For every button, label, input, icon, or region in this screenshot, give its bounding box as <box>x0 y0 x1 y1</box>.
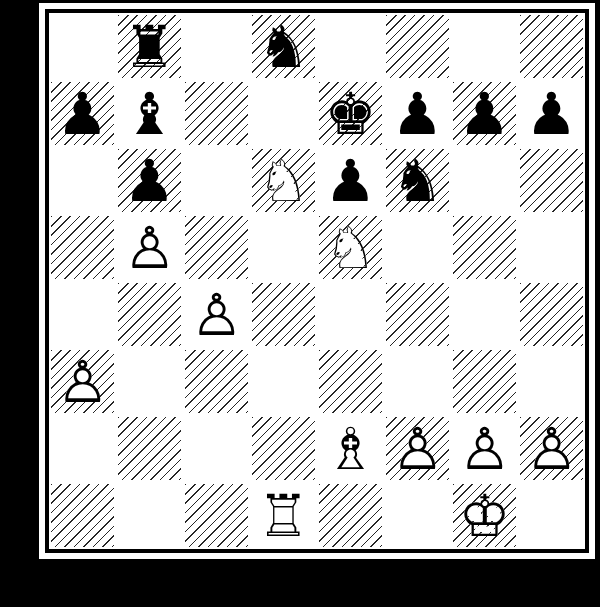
black-pawn-icon: ♟ <box>518 80 585 147</box>
square-a1[interactable] <box>49 482 116 549</box>
white-pawn-g2[interactable]: ♟♙ <box>451 415 518 482</box>
square-f3[interactable] <box>384 348 451 415</box>
white-rook-icon: ♖ <box>250 482 317 549</box>
square-h8[interactable] <box>518 13 585 80</box>
black-pawn-b6[interactable]: ♟ <box>118 149 181 212</box>
square-h2[interactable]: ♟♙ <box>518 415 585 482</box>
square-g5[interactable] <box>451 214 518 281</box>
white-king-g1[interactable]: ♚♔ <box>453 484 516 547</box>
black-bishop-b7[interactable]: ♝ <box>116 80 183 147</box>
square-a6[interactable] <box>49 147 116 214</box>
white-knight-icon: ♘ <box>252 149 315 212</box>
white-pawn-icon: ♙ <box>520 417 583 480</box>
square-c5[interactable] <box>183 214 250 281</box>
square-h7[interactable]: ♟ <box>518 80 585 147</box>
square-f8[interactable] <box>384 13 451 80</box>
black-pawn-g7[interactable]: ♟ <box>453 82 516 145</box>
square-c2[interactable] <box>183 415 250 482</box>
square-e8[interactable] <box>317 13 384 80</box>
white-pawn-icon: ♙ <box>183 281 250 348</box>
white-knight-icon: ♘ <box>319 216 382 279</box>
square-g2[interactable]: ♟♙ <box>451 415 518 482</box>
black-pawn-icon: ♟ <box>118 149 181 212</box>
square-e5[interactable]: ♞♘ <box>317 214 384 281</box>
square-b7[interactable]: ♝ <box>116 80 183 147</box>
square-a7[interactable]: ♟ <box>49 80 116 147</box>
square-f4[interactable] <box>384 281 451 348</box>
square-e7[interactable]: ♚ <box>317 80 384 147</box>
square-g7[interactable]: ♟ <box>451 80 518 147</box>
square-g3[interactable] <box>451 348 518 415</box>
white-knight-d6[interactable]: ♞♘ <box>252 149 315 212</box>
black-pawn-h7[interactable]: ♟ <box>518 80 585 147</box>
square-f6[interactable]: ♞ <box>384 147 451 214</box>
square-c7[interactable] <box>183 80 250 147</box>
black-pawn-f7[interactable]: ♟ <box>384 80 451 147</box>
white-pawn-c4[interactable]: ♟♙ <box>183 281 250 348</box>
square-b8[interactable]: ♜ <box>116 13 183 80</box>
black-pawn-icon: ♟ <box>453 82 516 145</box>
black-pawn-a7[interactable]: ♟ <box>51 82 114 145</box>
square-g4[interactable] <box>451 281 518 348</box>
black-pawn-icon: ♟ <box>317 147 384 214</box>
square-b3[interactable] <box>116 348 183 415</box>
black-pawn-e6[interactable]: ♟ <box>317 147 384 214</box>
black-pawn-icon: ♟ <box>384 80 451 147</box>
white-pawn-h2[interactable]: ♟♙ <box>520 417 583 480</box>
black-knight-d8[interactable]: ♞ <box>252 15 315 78</box>
white-pawn-icon: ♙ <box>116 214 183 281</box>
chess-board: ♜♞♟♝♚♟♟♟♟♞♘♟♞♟♙♞♘♟♙♟♙♝♗♟♙♟♙♟♙♜♖♚♔ <box>49 13 585 549</box>
square-c6[interactable] <box>183 147 250 214</box>
black-knight-icon: ♞ <box>386 149 449 212</box>
square-c4[interactable]: ♟♙ <box>183 281 250 348</box>
square-a8[interactable] <box>49 13 116 80</box>
square-g8[interactable] <box>451 13 518 80</box>
black-rook-b8[interactable]: ♜ <box>118 15 181 78</box>
square-b2[interactable] <box>116 415 183 482</box>
square-e6[interactable]: ♟ <box>317 147 384 214</box>
square-d2[interactable] <box>250 415 317 482</box>
square-b6[interactable]: ♟ <box>116 147 183 214</box>
white-king-icon: ♔ <box>453 484 516 547</box>
square-g6[interactable] <box>451 147 518 214</box>
board-margin: ♜♞♟♝♚♟♟♟♟♞♘♟♞♟♙♞♘♟♙♟♙♝♗♟♙♟♙♟♙♜♖♚♔ <box>39 3 595 559</box>
square-h4[interactable] <box>518 281 585 348</box>
square-b5[interactable]: ♟♙ <box>116 214 183 281</box>
black-bishop-icon: ♝ <box>116 80 183 147</box>
square-d3[interactable] <box>250 348 317 415</box>
white-rook-d1[interactable]: ♜♖ <box>250 482 317 549</box>
square-a4[interactable] <box>49 281 116 348</box>
square-a5[interactable] <box>49 214 116 281</box>
square-c1[interactable] <box>183 482 250 549</box>
square-e3[interactable] <box>317 348 384 415</box>
square-a2[interactable] <box>49 415 116 482</box>
square-f1[interactable] <box>384 482 451 549</box>
square-c8[interactable] <box>183 13 250 80</box>
square-c3[interactable] <box>183 348 250 415</box>
black-rook-icon: ♜ <box>118 15 181 78</box>
white-pawn-icon: ♙ <box>386 417 449 480</box>
white-knight-e5[interactable]: ♞♘ <box>319 216 382 279</box>
square-d7[interactable] <box>250 80 317 147</box>
square-h1[interactable] <box>518 482 585 549</box>
white-pawn-b5[interactable]: ♟♙ <box>116 214 183 281</box>
square-h5[interactable] <box>518 214 585 281</box>
square-f5[interactable] <box>384 214 451 281</box>
square-b4[interactable] <box>116 281 183 348</box>
square-e4[interactable] <box>317 281 384 348</box>
black-king-e7[interactable]: ♚ <box>319 82 382 145</box>
white-bishop-e2[interactable]: ♝♗ <box>317 415 384 482</box>
white-bishop-icon: ♗ <box>317 415 384 482</box>
white-pawn-icon: ♙ <box>51 350 114 413</box>
white-pawn-f2[interactable]: ♟♙ <box>386 417 449 480</box>
square-b1[interactable] <box>116 482 183 549</box>
board-frame: ♜♞♟♝♚♟♟♟♟♞♘♟♞♟♙♞♘♟♙♟♙♝♗♟♙♟♙♟♙♜♖♚♔ <box>45 9 589 553</box>
square-f7[interactable]: ♟ <box>384 80 451 147</box>
square-e1[interactable] <box>317 482 384 549</box>
white-pawn-icon: ♙ <box>451 415 518 482</box>
square-a3[interactable]: ♟♙ <box>49 348 116 415</box>
square-f2[interactable]: ♟♙ <box>384 415 451 482</box>
square-d5[interactable] <box>250 214 317 281</box>
square-d6[interactable]: ♞♘ <box>250 147 317 214</box>
square-d8[interactable]: ♞ <box>250 13 317 80</box>
square-h3[interactable] <box>518 348 585 415</box>
black-pawn-icon: ♟ <box>51 82 114 145</box>
black-knight-f6[interactable]: ♞ <box>386 149 449 212</box>
white-pawn-a3[interactable]: ♟♙ <box>51 350 114 413</box>
square-d4[interactable] <box>250 281 317 348</box>
black-knight-icon: ♞ <box>252 15 315 78</box>
square-h6[interactable] <box>518 147 585 214</box>
black-king-icon: ♚ <box>319 82 382 145</box>
square-g1[interactable]: ♚♔ <box>451 482 518 549</box>
square-d1[interactable]: ♜♖ <box>250 482 317 549</box>
page-background: { "game": "chess", "position": "1r1n4/pb… <box>0 0 600 607</box>
square-e2[interactable]: ♝♗ <box>317 415 384 482</box>
